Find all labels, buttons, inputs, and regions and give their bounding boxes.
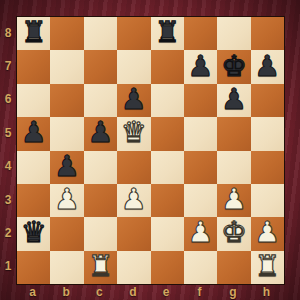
file-labels: abcdefgh — [16, 284, 283, 300]
square-e3[interactable] — [151, 184, 184, 217]
square-f5[interactable] — [184, 117, 217, 150]
square-e8[interactable]: ♜ — [151, 17, 184, 50]
square-b4[interactable]: ♟ — [50, 151, 83, 184]
square-e5[interactable] — [151, 117, 184, 150]
square-e6[interactable] — [151, 84, 184, 117]
square-d6[interactable]: ♟ — [117, 84, 150, 117]
chess-board: ♜♜♟♚♟♟♟♟♟♛♟♟♟♟♛♟♚♟♜♜ — [16, 16, 285, 285]
square-a5[interactable]: ♟ — [17, 117, 50, 150]
square-f1[interactable] — [184, 251, 217, 284]
white-rook-h1: ♜ — [254, 251, 280, 283]
square-h3[interactable] — [251, 184, 284, 217]
square-h4[interactable] — [251, 151, 284, 184]
file-label-h: h — [250, 284, 283, 300]
square-e4[interactable] — [151, 151, 184, 184]
rank-label-6: 6 — [0, 83, 16, 116]
square-d8[interactable] — [117, 17, 150, 50]
square-c1[interactable]: ♜ — [84, 251, 117, 284]
black-rook-e8: ♜ — [154, 17, 180, 49]
square-g4[interactable] — [217, 151, 250, 184]
square-f6[interactable] — [184, 84, 217, 117]
square-h6[interactable] — [251, 84, 284, 117]
black-pawn-h7: ♟ — [254, 50, 280, 82]
rank-labels: 87654321 — [0, 16, 16, 283]
file-label-e: e — [150, 284, 183, 300]
square-h8[interactable] — [251, 17, 284, 50]
black-pawn-b4: ♟ — [54, 151, 80, 183]
square-h2[interactable]: ♟ — [251, 217, 284, 250]
black-king-g7: ♚ — [221, 50, 247, 82]
white-pawn-f2: ♟ — [188, 217, 214, 249]
rank-label-4: 4 — [0, 150, 16, 183]
square-c7[interactable] — [84, 50, 117, 83]
square-a2[interactable]: ♛ — [17, 217, 50, 250]
square-e1[interactable] — [151, 251, 184, 284]
square-b7[interactable] — [50, 50, 83, 83]
black-pawn-f7: ♟ — [188, 50, 214, 82]
square-a4[interactable] — [17, 151, 50, 184]
square-d3[interactable]: ♟ — [117, 184, 150, 217]
white-queen-d5: ♛ — [121, 117, 147, 149]
square-b2[interactable] — [50, 217, 83, 250]
square-c2[interactable] — [84, 217, 117, 250]
square-f8[interactable] — [184, 17, 217, 50]
square-b8[interactable] — [50, 17, 83, 50]
square-b1[interactable] — [50, 251, 83, 284]
square-e2[interactable] — [151, 217, 184, 250]
square-h5[interactable] — [251, 117, 284, 150]
rank-label-7: 7 — [0, 49, 16, 82]
black-pawn-a5: ♟ — [21, 117, 47, 149]
black-pawn-c5: ♟ — [87, 117, 113, 149]
square-g1[interactable] — [217, 251, 250, 284]
file-label-c: c — [83, 284, 116, 300]
rank-label-5: 5 — [0, 116, 16, 149]
square-g5[interactable] — [217, 117, 250, 150]
file-label-d: d — [116, 284, 149, 300]
file-label-f: f — [183, 284, 216, 300]
square-e7[interactable] — [151, 50, 184, 83]
square-g8[interactable] — [217, 17, 250, 50]
square-c5[interactable]: ♟ — [84, 117, 117, 150]
square-d2[interactable] — [117, 217, 150, 250]
square-d7[interactable] — [117, 50, 150, 83]
square-h7[interactable]: ♟ — [251, 50, 284, 83]
square-a6[interactable] — [17, 84, 50, 117]
rank-label-8: 8 — [0, 16, 16, 49]
square-c4[interactable] — [84, 151, 117, 184]
file-label-g: g — [216, 284, 249, 300]
chess-diagram: 87654321 ♜♜♟♚♟♟♟♟♟♛♟♟♟♟♛♟♚♟♜♜ abcdefgh — [0, 0, 300, 300]
square-b6[interactable] — [50, 84, 83, 117]
white-pawn-b3: ♟ — [54, 184, 80, 216]
square-h1[interactable]: ♜ — [251, 251, 284, 284]
square-c8[interactable] — [84, 17, 117, 50]
square-a8[interactable]: ♜ — [17, 17, 50, 50]
square-b3[interactable]: ♟ — [50, 184, 83, 217]
white-pawn-h2: ♟ — [254, 217, 280, 249]
white-king-g2: ♚ — [221, 217, 247, 249]
rank-label-2: 2 — [0, 216, 16, 249]
square-a1[interactable] — [17, 251, 50, 284]
file-label-a: a — [16, 284, 49, 300]
square-g7[interactable]: ♚ — [217, 50, 250, 83]
square-f3[interactable] — [184, 184, 217, 217]
white-pawn-d3: ♟ — [121, 184, 147, 216]
square-f4[interactable] — [184, 151, 217, 184]
rank-label-1: 1 — [0, 250, 16, 283]
square-g3[interactable]: ♟ — [217, 184, 250, 217]
square-f2[interactable]: ♟ — [184, 217, 217, 250]
black-queen-a2: ♛ — [21, 217, 47, 249]
square-c6[interactable] — [84, 84, 117, 117]
square-a7[interactable] — [17, 50, 50, 83]
square-g6[interactable]: ♟ — [217, 84, 250, 117]
square-f7[interactable]: ♟ — [184, 50, 217, 83]
square-d5[interactable]: ♛ — [117, 117, 150, 150]
square-g2[interactable]: ♚ — [217, 217, 250, 250]
square-d4[interactable] — [117, 151, 150, 184]
black-rook-a8: ♜ — [21, 17, 47, 49]
square-b5[interactable] — [50, 117, 83, 150]
square-d1[interactable] — [117, 251, 150, 284]
white-rook-c1: ♜ — [87, 251, 113, 283]
file-label-b: b — [49, 284, 82, 300]
black-pawn-d6: ♟ — [121, 84, 147, 116]
white-pawn-g3: ♟ — [221, 184, 247, 216]
black-pawn-g6: ♟ — [221, 84, 247, 116]
square-c3[interactable] — [84, 184, 117, 217]
rank-label-3: 3 — [0, 183, 16, 216]
square-a3[interactable] — [17, 184, 50, 217]
